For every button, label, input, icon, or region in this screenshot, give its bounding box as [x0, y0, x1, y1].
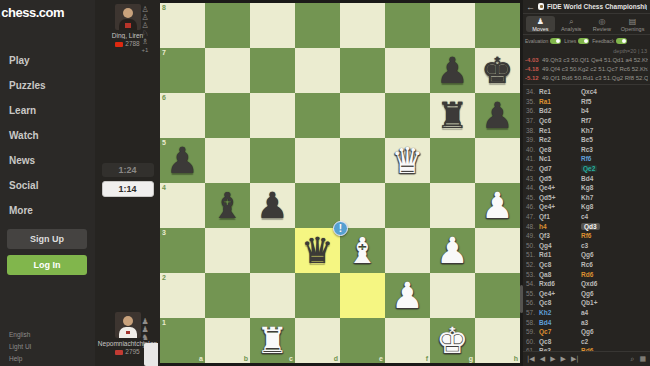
move-white[interactable]: Qe8: [539, 146, 581, 153]
engine-line-moves: 49.Qh3 c3 50.Qf1 Qe4 51.Qd1 a4 52.Kh2 a3…: [542, 57, 648, 63]
move-black[interactable]: Bd4: [581, 175, 623, 182]
openings-icon: ▤: [629, 17, 637, 26]
board-square-d1[interactable]: d: [295, 318, 340, 363]
board-square-a8[interactable]: 8: [160, 3, 205, 48]
move-row: 45.Qd5+Kh7: [526, 193, 650, 203]
playback-toolbar: |◀◀▶▶▶|⌕▦: [523, 351, 650, 366]
tab-label: Openings: [621, 26, 645, 32]
move-white[interactable]: Re1: [539, 127, 581, 134]
move-black[interactable]: Qg6: [581, 328, 623, 335]
board-square-d2[interactable]: [295, 273, 340, 318]
file-label: f: [426, 355, 428, 362]
toggle-feedback[interactable]: Feedback: [592, 38, 627, 44]
move-black[interactable]: c3: [581, 242, 623, 249]
move-row: 53.Qa8Rd6: [526, 269, 650, 279]
move-black[interactable]: Qxc4: [581, 88, 623, 95]
move-white[interactable]: Bd4: [539, 319, 581, 326]
board-square-f2[interactable]: ♟: [385, 273, 430, 318]
active-player-marker: [144, 343, 158, 366]
move-number: 52.: [526, 261, 539, 268]
board-square-a3[interactable]: 3: [160, 228, 205, 273]
move-black[interactable]: Be5: [581, 136, 623, 143]
move-number: 53.: [526, 271, 539, 278]
toggle-lines[interactable]: Lines: [564, 38, 589, 44]
move-row: 47.Qf1c4: [526, 212, 650, 222]
board-square-b6[interactable]: [205, 93, 250, 138]
toggle-switch[interactable]: [550, 38, 561, 44]
move-white[interactable]: Qc8: [539, 261, 581, 268]
piece-wk-g1[interactable]: ♚: [430, 318, 475, 363]
move-row: 56.Qc8Qb1+: [526, 298, 650, 308]
move-black[interactable]: Kg8: [581, 184, 623, 191]
move-row: 38.Re1Kh7: [526, 125, 650, 135]
toggle-evaluation[interactable]: Evaluation: [525, 38, 561, 44]
move-number: 56.: [526, 299, 539, 306]
move-row: 50.Qg4c3: [526, 241, 650, 251]
tab-label: Review: [593, 26, 611, 32]
sidebar-item-puzzles[interactable]: Puzzles: [0, 73, 95, 98]
board-square-h1[interactable]: h: [475, 318, 520, 363]
board-square-c1[interactable]: c♜: [250, 318, 295, 363]
file-label: b: [244, 355, 248, 362]
player-top-captured-tray: ♙♙♙♘♗+1: [138, 6, 152, 54]
move-number: 55.: [526, 290, 539, 297]
move-row: 41.Nc1Rf6: [526, 154, 650, 164]
first-move-button[interactable]: |◀: [527, 352, 535, 366]
move-white[interactable]: Nc1: [539, 155, 581, 162]
engine-eval: -4.03: [525, 57, 542, 63]
piece-bp-a5[interactable]: ♟: [160, 138, 205, 183]
sidebar-item-more[interactable]: More: [0, 198, 95, 223]
move-black[interactable]: c4: [581, 213, 623, 220]
footer-link-light-ui[interactable]: Light UI: [9, 343, 31, 350]
moves-icon: ♟: [537, 17, 544, 26]
move-number: 43.: [526, 175, 539, 182]
board-square-h6[interactable]: ♟: [475, 93, 520, 138]
move-number: 47.: [526, 213, 539, 220]
move-white[interactable]: Ra1: [539, 98, 581, 105]
board-square-d4[interactable]: [295, 183, 340, 228]
move-row: 48.h4Qd3: [526, 221, 650, 231]
footer-link-help[interactable]: Help: [9, 355, 31, 362]
move-number: 59.: [526, 328, 539, 335]
rank-label: 2: [162, 274, 166, 281]
board-square-b7[interactable]: [205, 48, 250, 93]
board-grid: 87♟♚6♜♟5♟♛4♝♟♟3♛♝♟2♟1abc♜defg♚h: [160, 3, 520, 363]
move-number: 41.: [526, 155, 539, 162]
move-white[interactable]: h4: [539, 223, 581, 230]
board-square-c7[interactable]: [250, 48, 295, 93]
file-label: h: [514, 355, 518, 362]
engine-eval: -5.12: [525, 75, 542, 81]
avatar-accent: [125, 23, 131, 28]
move-black[interactable]: Rd6: [581, 271, 623, 278]
move-white[interactable]: Rd1: [539, 251, 581, 258]
board-square-a5[interactable]: 5♟: [160, 138, 205, 183]
board-square-e1[interactable]: e: [340, 318, 385, 363]
players-column: Ding, Liren 2788 ♙♙♙♘♗+1 1:24 1:14 Nepom…: [95, 0, 160, 366]
move-number: 60.: [526, 338, 539, 345]
board-square-a6[interactable]: 6: [160, 93, 205, 138]
move-number: 38.: [526, 127, 539, 134]
avatar-head: [123, 8, 133, 18]
move-white[interactable]: Rxd6: [539, 280, 581, 287]
back-icon[interactable]: ←: [526, 2, 535, 12]
review-icon: ◎: [598, 17, 605, 26]
move-white[interactable]: Qe4+: [539, 184, 581, 191]
great-move-badge: !: [333, 221, 348, 236]
engine-line[interactable]: -4.1849.Qf4 c3 50.Kg2 c2 51.Qc7 Rc6 52.K…: [525, 64, 648, 73]
move-number: 42.: [526, 165, 539, 172]
analysis-icon: ⌕: [569, 17, 573, 26]
move-row: 46.Qe4+Kg8: [526, 202, 650, 212]
panel-tabs: ♟Moves⌕Analysis◎Review▤Openings: [523, 14, 650, 35]
rank-label: 4: [162, 184, 166, 191]
move-black[interactable]: a3: [581, 319, 623, 326]
chesscom-logo[interactable]: ♟chess.com: [0, 5, 95, 20]
move-white[interactable]: Qd5+: [539, 194, 581, 201]
avatar-head: [123, 316, 133, 326]
tab-review[interactable]: ◎Review: [588, 16, 617, 32]
board-square-d3[interactable]: ♛: [295, 228, 340, 273]
board-square-f1[interactable]: f: [385, 318, 430, 363]
player-bottom-avatar[interactable]: [115, 312, 141, 338]
board-square-h8[interactable]: [475, 3, 520, 48]
engine-line[interactable]: -5.1249.Qf1 Rd6 50.Rd1 c3 51.Qg2 Rf8 52.…: [525, 73, 648, 82]
piece-bp-c4[interactable]: ♟: [250, 183, 295, 228]
toggle-switch[interactable]: [616, 38, 627, 44]
board-square-e5[interactable]: [340, 138, 385, 183]
move-white[interactable]: Bd2: [539, 107, 581, 114]
board-square-b1[interactable]: b: [205, 318, 250, 363]
player-top-avatar[interactable]: [115, 4, 141, 30]
sidebar-menu: PlayPuzzlesLearnWatchNewsSocialMore: [0, 48, 95, 223]
move-white[interactable]: Qf3: [539, 232, 581, 239]
move-white[interactable]: Qa8: [539, 271, 581, 278]
tab-openings[interactable]: ▤Openings: [618, 16, 647, 32]
board-options-icon[interactable]: ▦: [639, 352, 646, 366]
move-number: 39.: [526, 136, 539, 143]
rank-label: 1: [162, 319, 166, 326]
piece-wr-c1[interactable]: ♜: [250, 318, 295, 363]
board-square-c4[interactable]: ♟: [250, 183, 295, 228]
board-square-c8[interactable]: [250, 3, 295, 48]
sidebar-item-social[interactable]: Social: [0, 173, 95, 198]
board-square-d8[interactable]: [295, 3, 340, 48]
move-number: 45.: [526, 194, 539, 201]
tab-label: Moves: [532, 26, 548, 32]
move-black[interactable]: Rf6: [581, 155, 623, 162]
move-row: 34.Re1Qxc4: [526, 87, 650, 97]
move-black[interactable]: Rf5: [581, 98, 623, 105]
move-row: 51.Rd1Qg6: [526, 250, 650, 260]
move-row: 36.Bd2b4: [526, 106, 650, 116]
board-square-a1[interactable]: 1a: [160, 318, 205, 363]
board-square-g1[interactable]: g♚: [430, 318, 475, 363]
event-title: FIDE World Chess Championship 2023: [547, 3, 647, 10]
toggle-label: Feedback: [592, 38, 614, 44]
piece-wq-f5[interactable]: ♛: [385, 138, 430, 183]
sidebar-footer: EnglishLight UIHelp: [9, 326, 31, 362]
board-square-g8[interactable]: [430, 3, 475, 48]
board-square-a7[interactable]: 7: [160, 48, 205, 93]
tab-analysis[interactable]: ⌕Analysis: [557, 16, 586, 32]
board-square-f4[interactable]: [385, 183, 430, 228]
move-black[interactable]: Qg6: [581, 290, 623, 297]
move-black[interactable]: Kg8: [581, 203, 623, 210]
rank-label: 3: [162, 229, 166, 236]
footer-link-english[interactable]: English: [9, 331, 31, 338]
move-black[interactable]: Qb1+: [581, 299, 623, 306]
clock-top: 1:24: [102, 163, 154, 177]
board-square-h3[interactable]: [475, 228, 520, 273]
move-list: 34.Re1Qxc435.Ra1Rf536.Bd2b437.Qc6Rf738.R…: [523, 85, 650, 351]
move-row: 59.Qc7Qg6: [526, 327, 650, 337]
last-move-button[interactable]: ▶|: [571, 352, 579, 366]
move-black[interactable]: c2: [581, 338, 623, 345]
sidebar: ♟chess.com PlayPuzzlesLearnWatchNewsSoci…: [0, 0, 95, 366]
board-square-d7[interactable]: [295, 48, 340, 93]
file-label: e: [379, 355, 383, 362]
move-black[interactable]: Rc6: [581, 261, 623, 268]
board-square-b2[interactable]: [205, 273, 250, 318]
board-square-g3[interactable]: ♟: [430, 228, 475, 273]
board-square-e4[interactable]: [340, 183, 385, 228]
chess-board: 87♟♚6♜♟5♟♛4♝♟♟3♛♝♟2♟1abc♜defg♚h !: [160, 3, 520, 363]
engine-depth-label: depth=20 | 13: [523, 47, 650, 54]
move-row: 54.Rxd6Qxd6: [526, 279, 650, 289]
move-row: 37.Qc6Rf7: [526, 116, 650, 126]
file-label: d: [334, 355, 338, 362]
sidebar-item-play[interactable]: Play: [0, 48, 95, 73]
piece-wp-g3[interactable]: ♟: [430, 228, 475, 273]
board-square-c6[interactable]: [250, 93, 295, 138]
move-number: 44.: [526, 184, 539, 191]
tab-label: Analysis: [561, 26, 581, 32]
board-square-h4[interactable]: ♟: [475, 183, 520, 228]
board-square-e2[interactable]: [340, 273, 385, 318]
panel-header: ← FIDE World Chess Championship 2023: [523, 0, 650, 14]
move-black[interactable]: Rf7: [581, 117, 623, 124]
move-white[interactable]: Qc6: [539, 117, 581, 124]
move-white[interactable]: Qg4: [539, 242, 581, 249]
move-row: 55.Qe4+Qg6: [526, 288, 650, 298]
board-square-e3[interactable]: ♝: [340, 228, 385, 273]
move-white[interactable]: Qf1: [539, 213, 581, 220]
rank-label: 6: [162, 94, 166, 101]
move-row: 60.Qc8c2: [526, 336, 650, 346]
move-row: 40.Qe8Rc3: [526, 145, 650, 155]
board-square-b4[interactable]: ♝: [205, 183, 250, 228]
move-white[interactable]: Re2: [539, 136, 581, 143]
board-square-g6[interactable]: ♜: [430, 93, 475, 138]
signup-button[interactable]: Sign Up: [7, 229, 87, 249]
rank-label: 7: [162, 49, 166, 56]
engine-lines: -4.0349.Qh3 c3 50.Qf1 Qe4 51.Qd1 a4 52.K…: [523, 54, 650, 85]
board-square-c3[interactable]: [250, 228, 295, 273]
engine-line-moves: 49.Qf1 Rd6 50.Rd1 c3 51.Qg2 Rf8 52.Qb7 Q…: [542, 75, 648, 81]
piece-bp-g7[interactable]: ♟: [430, 48, 475, 93]
avatar-accent: [126, 331, 130, 334]
board-square-f6[interactable]: [385, 93, 430, 138]
move-white[interactable]: Re1: [539, 88, 581, 95]
scrollbar-thumb[interactable]: [520, 285, 523, 313]
login-button[interactable]: Log In: [7, 255, 87, 275]
toggle-label: Evaluation: [525, 38, 548, 44]
move-row: 43.Qd5Bd4: [526, 173, 650, 183]
move-number: 40.: [526, 146, 539, 153]
board-square-b5[interactable]: [205, 138, 250, 183]
move-number: 54.: [526, 280, 539, 287]
file-label: a: [199, 355, 203, 362]
next-move-button[interactable]: ▶: [561, 352, 566, 366]
analysis-panel: ← FIDE World Chess Championship 2023 ♟Mo…: [520, 0, 650, 366]
sidebar-item-learn[interactable]: Learn: [0, 98, 95, 123]
move-number: 51.: [526, 251, 539, 258]
move-white[interactable]: Qc8: [539, 338, 581, 345]
board-square-f5[interactable]: ♛: [385, 138, 430, 183]
board-square-a4[interactable]: 4: [160, 183, 205, 228]
move-black[interactable]: Rf6: [581, 232, 623, 239]
move-white[interactable]: Qc8: [539, 299, 581, 306]
tab-moves[interactable]: ♟Moves: [526, 16, 555, 32]
board-square-g7[interactable]: ♟: [430, 48, 475, 93]
board-square-g4[interactable]: [430, 183, 475, 228]
move-white[interactable]: Qe4+: [539, 290, 581, 297]
board-square-e6[interactable]: [340, 93, 385, 138]
board-square-c2[interactable]: [250, 273, 295, 318]
move-black[interactable]: a4: [581, 309, 623, 316]
clock-bottom: 1:14: [102, 181, 154, 197]
move-number: 58.: [526, 319, 539, 326]
player-top: Ding, Liren 2788 ♙♙♙♘♗+1: [95, 4, 160, 47]
piece-br-g6[interactable]: ♜: [430, 93, 475, 138]
piece-wp-f2[interactable]: ♟: [385, 273, 430, 318]
move-white[interactable]: Qe4+: [539, 203, 581, 210]
player-bottom-flag-icon: [115, 350, 123, 355]
move-white[interactable]: Kh2: [539, 309, 581, 316]
engine-eval: -4.18: [525, 66, 542, 72]
piece-bk-h7[interactable]: ♚: [475, 48, 520, 93]
sidebar-item-news[interactable]: News: [0, 148, 95, 173]
engine-line-moves: 49.Qf4 c3 50.Kg2 c2 51.Qc7 Rc6 52.Kh2 Rd…: [542, 66, 648, 72]
board-square-b3[interactable]: [205, 228, 250, 273]
piece-bb-b4[interactable]: ♝: [205, 183, 250, 228]
move-black[interactable]: Kh7: [581, 194, 623, 201]
move-row: 49.Qf3Rf6: [526, 231, 650, 241]
move-white[interactable]: Qc7: [539, 328, 581, 335]
move-black[interactable]: Qd3: [581, 223, 623, 230]
piece-bp-h6[interactable]: ♟: [475, 93, 520, 138]
search-icon[interactable]: ⌕: [630, 352, 634, 366]
move-row: 57.Kh2a4: [526, 308, 650, 318]
prev-move-button[interactable]: ◀: [540, 352, 545, 366]
board-square-f8[interactable]: [385, 3, 430, 48]
board-square-c5[interactable]: [250, 138, 295, 183]
app-window: ♟chess.com PlayPuzzlesLearnWatchNewsSoci…: [0, 0, 650, 366]
move-number: 37.: [526, 117, 539, 124]
move-number: 34.: [526, 88, 539, 95]
board-square-h5[interactable]: [475, 138, 520, 183]
move-white[interactable]: Qd5: [539, 175, 581, 182]
move-number: 36.: [526, 107, 539, 114]
material-advantage: +1: [138, 46, 152, 54]
engine-line[interactable]: -4.0349.Qh3 c3 50.Qf1 Qe4 51.Qd1 a4 52.K…: [525, 55, 648, 64]
board-square-g5[interactable]: [430, 138, 475, 183]
board-square-g2[interactable]: [430, 273, 475, 318]
move-black[interactable]: Kh7: [581, 127, 623, 134]
move-white[interactable]: Qd7: [539, 165, 581, 172]
move-row: 39.Re2Be5: [526, 135, 650, 145]
move-row: 52.Qc8Rc6: [526, 260, 650, 270]
rank-label: 8: [162, 4, 166, 11]
board-square-d6[interactable]: [295, 93, 340, 138]
board-square-a2[interactable]: 2: [160, 273, 205, 318]
move-black[interactable]: Qe2: [581, 165, 623, 172]
move-number: 48.: [526, 223, 539, 230]
clocks: 1:24 1:14: [101, 163, 154, 201]
move-number: 46.: [526, 203, 539, 210]
play-button[interactable]: ▶: [550, 352, 555, 366]
piece-wb-e3[interactable]: ♝: [340, 228, 385, 273]
panel-toggles: EvaluationLinesFeedback: [523, 35, 650, 47]
move-black[interactable]: b4: [581, 107, 623, 114]
move-number: 35.: [526, 98, 539, 105]
event-logo-icon: [538, 3, 544, 10]
move-row: 44.Qe4+Kg8: [526, 183, 650, 193]
move-row: 58.Bd4a3: [526, 317, 650, 327]
board-square-f7[interactable]: [385, 48, 430, 93]
piece-wp-h4[interactable]: ♟: [475, 183, 520, 228]
move-number: 49.: [526, 232, 539, 239]
move-row: 42.Qd7Qe2: [526, 164, 650, 174]
player-top-flag-icon: [115, 42, 123, 47]
board-square-b8[interactable]: [205, 3, 250, 48]
move-black[interactable]: Rc3: [581, 146, 623, 153]
move-black[interactable]: Qxd6: [581, 280, 623, 287]
board-square-h2[interactable]: [475, 273, 520, 318]
captured-piece-icon: ♗: [138, 38, 152, 46]
move-number: 57.: [526, 309, 539, 316]
move-row: 35.Ra1Rf5: [526, 97, 650, 107]
board-square-f3[interactable]: [385, 228, 430, 273]
move-number: 50.: [526, 242, 539, 249]
sidebar-item-watch[interactable]: Watch: [0, 123, 95, 148]
board-square-h7[interactable]: ♚: [475, 48, 520, 93]
board-square-e7[interactable]: [340, 48, 385, 93]
toggle-switch[interactable]: [578, 38, 589, 44]
piece-bq-d3[interactable]: ♛: [295, 228, 340, 273]
board-square-e8[interactable]: [340, 3, 385, 48]
board-square-d5[interactable]: [295, 138, 340, 183]
move-black[interactable]: Qg6: [581, 251, 623, 258]
toggle-label: Lines: [564, 38, 576, 44]
